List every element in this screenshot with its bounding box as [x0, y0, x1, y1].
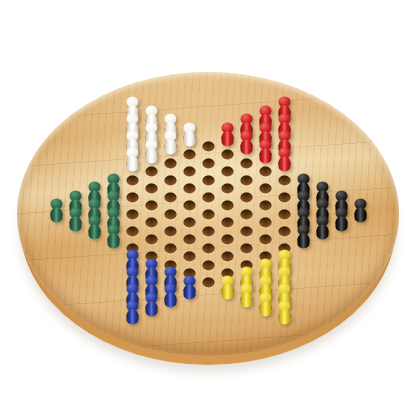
peg-body [221, 131, 233, 146]
board-cell [66, 214, 85, 231]
peg-body [69, 216, 81, 231]
board-cell [180, 163, 199, 180]
board-hole[interactable] [221, 252, 233, 262]
board-cell [237, 291, 256, 308]
peg-body [88, 225, 100, 240]
board-cell [218, 231, 237, 248]
board-cell [275, 155, 294, 172]
peg-body [183, 131, 195, 146]
hole-column-5 [123, 104, 142, 325]
board-hole[interactable] [221, 150, 233, 160]
peg-green[interactable] [68, 207, 82, 231]
board-cell [161, 223, 180, 240]
peg-body [126, 157, 138, 172]
board-hole[interactable] [259, 167, 271, 177]
board-hole[interactable] [145, 201, 157, 211]
board-cell [275, 206, 294, 223]
board-cell [142, 214, 161, 231]
board-hole[interactable] [202, 192, 214, 202]
board-hole[interactable] [183, 235, 195, 245]
board-cell [218, 129, 237, 146]
peg-body [145, 301, 157, 316]
peg-body [240, 293, 252, 308]
board-cell [123, 189, 142, 206]
board-hole[interactable] [259, 201, 271, 211]
board-hole[interactable] [202, 158, 214, 168]
hole-column-8 [180, 104, 199, 325]
board-cell [256, 163, 275, 180]
hole-column-1 [47, 104, 66, 325]
board-hole[interactable] [126, 226, 138, 236]
board-hole[interactable] [240, 209, 252, 219]
board-cell [275, 223, 294, 240]
peg-blue[interactable] [182, 275, 196, 299]
board-hole[interactable] [164, 226, 176, 236]
board-cell [161, 206, 180, 223]
board-cell [256, 180, 275, 197]
board-hole[interactable] [202, 226, 214, 236]
board-cell [180, 282, 199, 299]
board-cell [313, 223, 332, 240]
board-cell [123, 206, 142, 223]
board-cell [180, 248, 199, 265]
board-cell [218, 197, 237, 214]
board-cell [199, 138, 218, 155]
board-cell [218, 180, 237, 197]
board-cell [123, 155, 142, 172]
hole-column-7 [161, 104, 180, 325]
board-cell [142, 299, 161, 316]
peg-black[interactable] [353, 199, 367, 223]
board-cell [199, 257, 218, 274]
board-hole[interactable] [278, 175, 290, 185]
board-cell [123, 172, 142, 189]
board-cell [256, 214, 275, 231]
board-cell [142, 180, 161, 197]
peg-body [221, 284, 233, 299]
hole-column-12 [256, 104, 275, 325]
board-cell [256, 146, 275, 163]
board-cell [123, 223, 142, 240]
board-cell [256, 299, 275, 316]
board-hole[interactable] [202, 175, 214, 185]
board-cell [199, 206, 218, 223]
product-photo-scene [0, 0, 416, 416]
board-cell [275, 172, 294, 189]
board-cell [161, 172, 180, 189]
peg-red[interactable] [220, 122, 234, 146]
board-hole[interactable] [221, 235, 233, 245]
board-cell [142, 197, 161, 214]
peg-green[interactable] [49, 199, 63, 223]
board-hole[interactable] [240, 175, 252, 185]
hole-column-16 [332, 104, 351, 325]
hole-column-15 [313, 104, 332, 325]
peg-green[interactable] [106, 224, 120, 248]
peg-red[interactable] [277, 148, 291, 172]
peg-body [297, 233, 309, 248]
hole-column-13 [275, 104, 294, 325]
peg-body [259, 148, 271, 163]
board-cell [199, 172, 218, 189]
board-hole[interactable] [221, 201, 233, 211]
peg-white[interactable] [163, 131, 177, 155]
board-cell [161, 189, 180, 206]
peg-body [278, 157, 290, 172]
hole-column-11 [237, 104, 256, 325]
board-cell [161, 138, 180, 155]
board-hole[interactable] [164, 209, 176, 219]
board-hole[interactable] [183, 201, 195, 211]
peg-body [240, 140, 252, 155]
board-cell [180, 146, 199, 163]
hole-column-17 [351, 104, 370, 325]
board-cell [180, 197, 199, 214]
peg-blue[interactable] [125, 301, 139, 325]
peg-body [278, 310, 290, 325]
board-cell [237, 172, 256, 189]
peg-green[interactable] [87, 216, 101, 240]
board-hole[interactable] [164, 192, 176, 202]
board-cell [123, 308, 142, 325]
board-hole[interactable] [183, 167, 195, 177]
board-hole[interactable] [183, 252, 195, 262]
board-cell [199, 240, 218, 257]
board-cell [332, 214, 351, 231]
board-cell [199, 155, 218, 172]
board-hole[interactable] [240, 158, 252, 168]
board-cell [199, 274, 218, 291]
board-hole[interactable] [164, 243, 176, 253]
peg-body [183, 284, 195, 299]
board-hole[interactable] [126, 209, 138, 219]
board-hole[interactable] [126, 192, 138, 202]
hole-column-6 [142, 104, 161, 325]
board-hole[interactable] [259, 184, 271, 194]
board-cell [161, 240, 180, 257]
peg-body [107, 233, 119, 248]
board-cell [180, 214, 199, 231]
board-cell [256, 197, 275, 214]
peg-body [126, 310, 138, 325]
peg-yellow[interactable] [220, 275, 234, 299]
board-hole[interactable] [145, 235, 157, 245]
board-hole[interactable] [145, 218, 157, 228]
board-cell [218, 214, 237, 231]
peg-body [259, 301, 271, 316]
board-cell [237, 155, 256, 172]
board-cell [351, 206, 370, 223]
peg-body [50, 208, 62, 223]
board-hole[interactable] [221, 184, 233, 194]
board-cell [199, 223, 218, 240]
board-hole[interactable] [126, 175, 138, 185]
board-cell [180, 129, 199, 146]
hole-column-2 [66, 104, 85, 325]
board-hole[interactable] [145, 167, 157, 177]
board-hole[interactable] [164, 175, 176, 185]
board-hole[interactable] [164, 158, 176, 168]
board-hole[interactable] [202, 243, 214, 253]
board-cell [180, 231, 199, 248]
board-hole[interactable] [202, 209, 214, 219]
peg-body [145, 148, 157, 163]
board-cell [199, 189, 218, 206]
peg-black[interactable] [315, 216, 329, 240]
peg-body [164, 293, 176, 308]
peg-body [354, 208, 366, 223]
board-cell [237, 206, 256, 223]
board-cell [161, 291, 180, 308]
board-hole[interactable] [259, 235, 271, 245]
board-hole[interactable] [202, 141, 214, 151]
peg-white[interactable] [182, 122, 196, 146]
board-hole[interactable] [259, 218, 271, 228]
hole-column-10 [218, 104, 237, 325]
board-hole[interactable] [145, 184, 157, 194]
board-cell [161, 155, 180, 172]
peg-body [164, 140, 176, 155]
board-cell [142, 146, 161, 163]
board-hole[interactable] [240, 192, 252, 202]
peg-red[interactable] [258, 139, 272, 163]
peg-white[interactable] [144, 139, 158, 163]
board-cell [256, 231, 275, 248]
board-hole[interactable] [183, 184, 195, 194]
peg-body [316, 225, 328, 240]
board-hole[interactable] [183, 150, 195, 160]
peg-blue[interactable] [144, 292, 158, 316]
board-cell [275, 189, 294, 206]
peg-black[interactable] [334, 207, 348, 231]
board-cell [218, 146, 237, 163]
hole-column-14 [294, 104, 313, 325]
chinese-checkers-board [17, 72, 399, 356]
peg-white[interactable] [125, 148, 139, 172]
board-cell [180, 180, 199, 197]
board-hole[interactable] [278, 209, 290, 219]
board-cell [237, 138, 256, 155]
board-hole[interactable] [278, 226, 290, 236]
board-holes-grid [47, 104, 370, 325]
peg-black[interactable] [296, 224, 310, 248]
board-cell [218, 282, 237, 299]
board-hole[interactable] [240, 226, 252, 236]
hole-column-4 [104, 104, 123, 325]
peg-yellow[interactable] [258, 292, 272, 316]
board-cell [237, 223, 256, 240]
board-cell [218, 163, 237, 180]
peg-yellow[interactable] [277, 301, 291, 325]
board-cell [85, 223, 104, 240]
board-cell [47, 206, 66, 223]
board-cell [237, 240, 256, 257]
peg-red[interactable] [239, 131, 253, 155]
board-hole[interactable] [240, 243, 252, 253]
board-hole[interactable] [183, 218, 195, 228]
board-cell [104, 231, 123, 248]
peg-blue[interactable] [163, 284, 177, 308]
board-cell [142, 231, 161, 248]
board-cell [237, 189, 256, 206]
board-hole[interactable] [202, 260, 214, 270]
hole-column-3 [85, 104, 104, 325]
board-hole[interactable] [202, 277, 214, 287]
board-hole[interactable] [221, 167, 233, 177]
board-cell [294, 231, 313, 248]
board-cell [275, 308, 294, 325]
board-cell [218, 248, 237, 265]
peg-yellow[interactable] [239, 284, 253, 308]
peg-body [335, 216, 347, 231]
hole-column-9 [199, 104, 218, 325]
board-cell [142, 163, 161, 180]
board-hole[interactable] [278, 192, 290, 202]
board-hole[interactable] [221, 218, 233, 228]
